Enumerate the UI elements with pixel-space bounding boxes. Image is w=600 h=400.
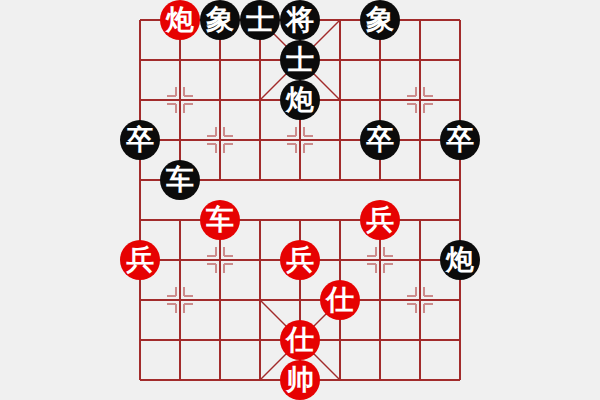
board-point: 车 (200, 200, 240, 240)
board-point: 象 (360, 0, 400, 40)
piece-red-cannon[interactable]: 炮 (160, 0, 200, 40)
piece-black-advisor[interactable]: 士 (280, 40, 320, 80)
board-point: 帅 (280, 360, 320, 400)
piece-black-elephant[interactable]: 象 (200, 0, 240, 40)
board-point: 炮 (440, 240, 480, 280)
board-point: 士 (240, 0, 280, 40)
piece-black-cannon[interactable]: 炮 (440, 240, 480, 280)
board-point: 士 (280, 40, 320, 80)
board-point: 炮 (160, 0, 200, 40)
piece-black-soldier[interactable]: 卒 (360, 120, 400, 160)
xiangqi-board: 炮象士将象士炮卒卒卒车车兵兵兵炮仕仕帅 (0, 0, 600, 400)
piece-red-advisor[interactable]: 仕 (320, 280, 360, 320)
piece-red-advisor[interactable]: 仕 (280, 320, 320, 360)
piece-black-elephant[interactable]: 象 (360, 0, 400, 40)
piece-red-soldier[interactable]: 兵 (360, 200, 400, 240)
piece-black-cannon[interactable]: 炮 (280, 80, 320, 120)
board-point: 象 (200, 0, 240, 40)
board-point: 兵 (360, 200, 400, 240)
board-point: 卒 (120, 120, 160, 160)
board-point: 兵 (120, 240, 160, 280)
board-point: 兵 (280, 240, 320, 280)
board-point: 卒 (440, 120, 480, 160)
board-point: 卒 (360, 120, 400, 160)
board-point: 仕 (320, 280, 360, 320)
piece-red-general[interactable]: 帅 (280, 360, 320, 400)
piece-black-advisor[interactable]: 士 (240, 0, 280, 40)
piece-black-soldier[interactable]: 卒 (120, 120, 160, 160)
board-point: 炮 (280, 80, 320, 120)
piece-red-chariot[interactable]: 车 (200, 200, 240, 240)
pieces-layer: 炮象士将象士炮卒卒卒车车兵兵兵炮仕仕帅 (120, 0, 480, 400)
piece-red-soldier[interactable]: 兵 (280, 240, 320, 280)
board-point: 车 (160, 160, 200, 200)
piece-black-general[interactable]: 将 (280, 0, 320, 40)
board-point: 将 (280, 0, 320, 40)
piece-black-chariot[interactable]: 车 (160, 160, 200, 200)
piece-red-soldier[interactable]: 兵 (120, 240, 160, 280)
piece-black-soldier[interactable]: 卒 (440, 120, 480, 160)
board-point: 仕 (280, 320, 320, 360)
